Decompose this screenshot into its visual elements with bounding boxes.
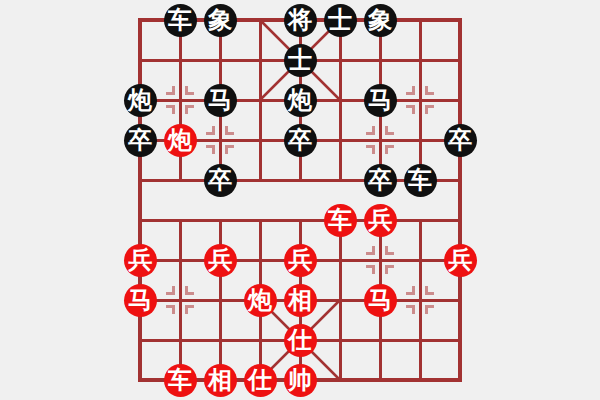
piece-black-cannon[interactable]: 炮 <box>284 84 317 117</box>
piece-black-cannon[interactable]: 炮 <box>124 84 157 117</box>
piece-black-advisor[interactable]: 士 <box>284 44 317 77</box>
piece-red-soldier[interactable]: 兵 <box>204 244 237 277</box>
piece-red-soldier[interactable]: 兵 <box>284 244 317 277</box>
piece-black-soldier[interactable]: 卒 <box>124 124 157 157</box>
piece-black-horse[interactable]: 马 <box>364 84 397 117</box>
piece-black-soldier[interactable]: 卒 <box>364 164 397 197</box>
piece-red-cannon[interactable]: 炮 <box>164 124 197 157</box>
piece-red-advisor[interactable]: 仕 <box>284 324 317 357</box>
piece-black-advisor[interactable]: 士 <box>324 4 357 37</box>
piece-red-soldier[interactable]: 兵 <box>364 204 397 237</box>
piece-black-chariot[interactable]: 车 <box>404 164 437 197</box>
piece-black-soldier[interactable]: 卒 <box>204 164 237 197</box>
piece-red-general[interactable]: 帅 <box>284 364 317 397</box>
piece-red-chariot[interactable]: 车 <box>164 364 197 397</box>
piece-red-chariot[interactable]: 车 <box>324 204 357 237</box>
xiangqi-board[interactable]: 车象将士象士炮马炮马卒炮卒卒卒卒车车兵兵兵兵兵马炮相马仕车相仕帅 <box>120 0 480 400</box>
piece-black-elephant[interactable]: 象 <box>364 4 397 37</box>
piece-red-horse[interactable]: 马 <box>124 284 157 317</box>
piece-red-soldier[interactable]: 兵 <box>444 244 477 277</box>
xiangqi-app: 车象将士象士炮马炮马卒炮卒卒卒卒车车兵兵兵兵兵马炮相马仕车相仕帅 <box>0 0 600 400</box>
piece-black-chariot[interactable]: 车 <box>164 4 197 37</box>
piece-red-cannon[interactable]: 炮 <box>244 284 277 317</box>
piece-black-elephant[interactable]: 象 <box>204 4 237 37</box>
piece-red-horse[interactable]: 马 <box>364 284 397 317</box>
piece-black-soldier[interactable]: 卒 <box>284 124 317 157</box>
piece-red-elephant[interactable]: 相 <box>204 364 237 397</box>
piece-red-elephant[interactable]: 相 <box>284 284 317 317</box>
piece-red-soldier[interactable]: 兵 <box>124 244 157 277</box>
piece-black-general[interactable]: 将 <box>284 4 317 37</box>
piece-red-advisor[interactable]: 仕 <box>244 364 277 397</box>
piece-black-horse[interactable]: 马 <box>204 84 237 117</box>
piece-black-soldier[interactable]: 卒 <box>444 124 477 157</box>
